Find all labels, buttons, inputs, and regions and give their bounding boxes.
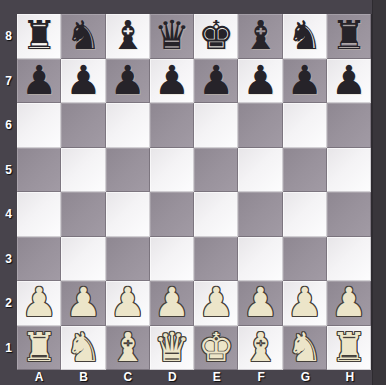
square-h4[interactable] <box>327 192 371 237</box>
square-a5[interactable] <box>17 148 61 193</box>
square-c8[interactable]: ♝ <box>106 14 150 59</box>
square-b5[interactable] <box>61 148 105 193</box>
piece-black-pawn[interactable]: ♟ <box>154 60 190 100</box>
square-d1[interactable]: ♛ <box>150 326 194 371</box>
square-h5[interactable] <box>327 148 371 193</box>
square-g8[interactable]: ♞ <box>283 14 327 59</box>
square-d6[interactable] <box>150 103 194 148</box>
piece-black-knight[interactable]: ♞ <box>287 15 323 55</box>
rank-labels: 87654321 <box>0 14 17 370</box>
piece-black-bishop[interactable]: ♝ <box>110 15 146 55</box>
square-e1[interactable]: ♚ <box>194 326 238 371</box>
piece-black-pawn[interactable]: ♟ <box>242 60 278 100</box>
square-h2[interactable]: ♟ <box>327 281 371 326</box>
square-b8[interactable]: ♞ <box>61 14 105 59</box>
square-g7[interactable]: ♟ <box>283 59 327 104</box>
file-label-d: D <box>150 370 194 385</box>
rank-label-6: 6 <box>0 103 17 148</box>
square-e5[interactable] <box>194 148 238 193</box>
piece-white-pawn[interactable]: ♟ <box>110 282 146 322</box>
piece-white-pawn[interactable]: ♟ <box>242 282 278 322</box>
rank-label-7: 7 <box>0 59 17 104</box>
square-e6[interactable] <box>194 103 238 148</box>
piece-white-pawn[interactable]: ♟ <box>331 282 367 322</box>
square-b4[interactable] <box>61 192 105 237</box>
piece-black-pawn[interactable]: ♟ <box>21 60 57 100</box>
square-b6[interactable] <box>61 103 105 148</box>
square-d4[interactable] <box>150 192 194 237</box>
file-label-b: B <box>61 370 105 385</box>
square-c6[interactable] <box>106 103 150 148</box>
rank-label-5: 5 <box>0 148 17 193</box>
square-c4[interactable] <box>106 192 150 237</box>
square-a3[interactable] <box>17 237 61 282</box>
file-label-h: H <box>328 370 372 385</box>
piece-white-pawn[interactable]: ♟ <box>287 282 323 322</box>
square-g3[interactable] <box>283 237 327 282</box>
piece-black-bishop[interactable]: ♝ <box>242 15 278 55</box>
piece-white-knight[interactable]: ♞ <box>287 327 323 367</box>
piece-white-queen[interactable]: ♛ <box>154 327 190 367</box>
piece-white-pawn[interactable]: ♟ <box>198 282 234 322</box>
file-label-g: G <box>283 370 327 385</box>
piece-black-pawn[interactable]: ♟ <box>65 60 101 100</box>
chess-app-window: 87654321 ♜♞♝♛♚♝♞♜♟♟♟♟♟♟♟♟♟♟♟♟♟♟♟♟♜♞♝♛♚♝♞… <box>0 0 386 385</box>
square-a2[interactable]: ♟ <box>17 281 61 326</box>
file-labels: ABCDEFGH <box>17 370 372 385</box>
square-f5[interactable] <box>238 148 282 193</box>
board: ♜♞♝♛♚♝♞♜♟♟♟♟♟♟♟♟♟♟♟♟♟♟♟♟♜♞♝♛♚♝♞♜ <box>17 14 372 370</box>
piece-white-bishop[interactable]: ♝ <box>110 327 146 367</box>
square-d3[interactable] <box>150 237 194 282</box>
square-a8[interactable]: ♜ <box>17 14 61 59</box>
square-f3[interactable] <box>238 237 282 282</box>
square-d5[interactable] <box>150 148 194 193</box>
square-h6[interactable] <box>327 103 371 148</box>
square-a1[interactable]: ♜ <box>17 326 61 371</box>
square-d8[interactable]: ♛ <box>150 14 194 59</box>
square-b7[interactable]: ♟ <box>61 59 105 104</box>
right-edge-strip <box>372 0 386 385</box>
square-a6[interactable] <box>17 103 61 148</box>
square-f2[interactable]: ♟ <box>238 281 282 326</box>
piece-black-knight[interactable]: ♞ <box>65 15 101 55</box>
square-c7[interactable]: ♟ <box>106 59 150 104</box>
piece-black-rook[interactable]: ♜ <box>331 15 367 55</box>
square-e4[interactable] <box>194 192 238 237</box>
square-c3[interactable] <box>106 237 150 282</box>
square-e8[interactable]: ♚ <box>194 14 238 59</box>
file-label-a: A <box>17 370 61 385</box>
square-h1[interactable]: ♜ <box>327 326 371 371</box>
piece-white-rook[interactable]: ♜ <box>21 327 57 367</box>
square-d2[interactable]: ♟ <box>150 281 194 326</box>
square-a7[interactable]: ♟ <box>17 59 61 104</box>
square-b3[interactable] <box>61 237 105 282</box>
file-label-f: F <box>239 370 283 385</box>
square-e2[interactable]: ♟ <box>194 281 238 326</box>
square-e7[interactable]: ♟ <box>194 59 238 104</box>
piece-black-pawn[interactable]: ♟ <box>110 60 146 100</box>
piece-black-queen[interactable]: ♛ <box>154 15 190 55</box>
piece-white-rook[interactable]: ♜ <box>331 327 367 367</box>
square-c2[interactable]: ♟ <box>106 281 150 326</box>
piece-black-pawn[interactable]: ♟ <box>198 60 234 100</box>
piece-white-knight[interactable]: ♞ <box>65 327 101 367</box>
rank-label-1: 1 <box>0 326 17 371</box>
rank-label-3: 3 <box>0 237 17 282</box>
rank-label-8: 8 <box>0 14 17 59</box>
square-g1[interactable]: ♞ <box>283 326 327 371</box>
piece-white-king[interactable]: ♚ <box>198 327 234 367</box>
piece-white-pawn[interactable]: ♟ <box>65 282 101 322</box>
square-h3[interactable] <box>327 237 371 282</box>
square-g6[interactable] <box>283 103 327 148</box>
piece-black-king[interactable]: ♚ <box>198 15 234 55</box>
square-g2[interactable]: ♟ <box>283 281 327 326</box>
square-f8[interactable]: ♝ <box>238 14 282 59</box>
square-h7[interactable]: ♟ <box>327 59 371 104</box>
square-d7[interactable]: ♟ <box>150 59 194 104</box>
square-f4[interactable] <box>238 192 282 237</box>
piece-black-pawn[interactable]: ♟ <box>287 60 323 100</box>
square-g4[interactable] <box>283 192 327 237</box>
piece-white-pawn[interactable]: ♟ <box>154 282 190 322</box>
square-b1[interactable]: ♞ <box>61 326 105 371</box>
square-f6[interactable] <box>238 103 282 148</box>
file-label-e: E <box>195 370 239 385</box>
square-f7[interactable]: ♟ <box>238 59 282 104</box>
square-c5[interactable] <box>106 148 150 193</box>
piece-white-bishop[interactable]: ♝ <box>242 327 278 367</box>
file-label-c: C <box>106 370 150 385</box>
piece-black-pawn[interactable]: ♟ <box>331 60 367 100</box>
square-c1[interactable]: ♝ <box>106 326 150 371</box>
square-a4[interactable] <box>17 192 61 237</box>
rank-label-4: 4 <box>0 192 17 237</box>
square-e3[interactable] <box>194 237 238 282</box>
piece-white-pawn[interactable]: ♟ <box>21 282 57 322</box>
square-g5[interactable] <box>283 148 327 193</box>
rank-label-2: 2 <box>0 281 17 326</box>
piece-black-rook[interactable]: ♜ <box>21 15 57 55</box>
square-f1[interactable]: ♝ <box>238 326 282 371</box>
square-h8[interactable]: ♜ <box>327 14 371 59</box>
square-b2[interactable]: ♟ <box>61 281 105 326</box>
